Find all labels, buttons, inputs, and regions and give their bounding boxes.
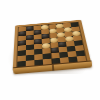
board-scene bbox=[0, 0, 100, 100]
product-photo bbox=[0, 0, 100, 100]
hinge-notch bbox=[52, 65, 54, 71]
